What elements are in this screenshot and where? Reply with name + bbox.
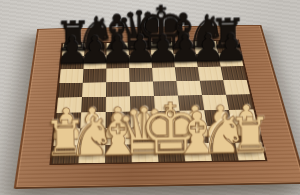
scene: ♜♞♝♛♚♝♞♜♟♟♟♟♟♟♟♟♟♟♟♟♟♟♟♟♜♞♝♛♚♝♞♜ <box>0 0 300 195</box>
piece-white-rook-h1[interactable]: ♜ <box>235 142 265 160</box>
photo-background: ♜♞♝♛♚♝♞♜♟♟♟♟♟♟♟♟♟♟♟♟♟♟♟♟♜♞♝♛♚♝♞♜ Wooden … <box>0 0 300 195</box>
black-pawn-glyph: ♟ <box>213 28 247 66</box>
chess-board[interactable]: ♜♞♝♛♚♝♞♜♟♟♟♟♟♟♟♟♟♟♟♟♟♟♟♟♜♞♝♛♚♝♞♜ <box>14 25 300 189</box>
white-rook-glyph: ♜ <box>228 111 272 160</box>
board-pieces: ♜♞♝♛♚♝♞♜♟♟♟♟♟♟♟♟♟♟♟♟♟♟♟♟♜♞♝♛♚♝♞♜ <box>52 41 266 164</box>
piece-black-pawn-h7[interactable]: ♟ <box>218 53 243 66</box>
